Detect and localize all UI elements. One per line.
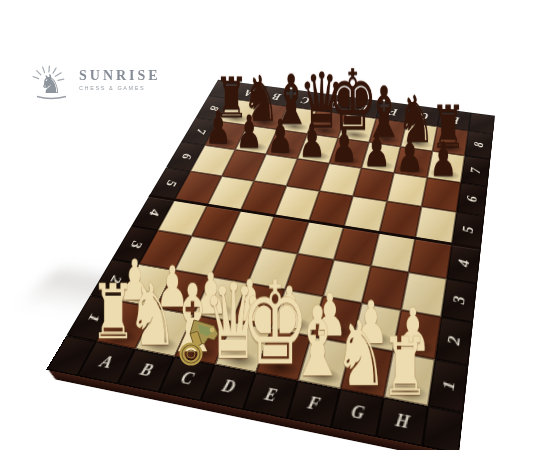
coord-label: 3 <box>451 295 467 305</box>
square-h1: ♜ <box>384 352 435 407</box>
brand-logo: ♞ SUNRISE CHESS & GAMES <box>30 60 161 100</box>
coord-label: 6 <box>178 153 193 160</box>
piece-white-knight: ♞ <box>334 309 387 399</box>
piece-black-pawn: ♟ <box>331 122 358 168</box>
brand-tagline: CHESS & GAMES <box>79 86 161 92</box>
coord-label: E <box>262 385 279 406</box>
coord-label: A <box>97 353 116 372</box>
piece-black-pawn: ♟ <box>363 127 391 174</box>
coord-label: 6 <box>465 195 479 203</box>
coord-label: 4 <box>456 259 472 268</box>
piece-black-pawn: ♟ <box>267 114 294 160</box>
coord-label: 4 <box>145 209 161 217</box>
brand-name: SUNRISE <box>79 69 161 83</box>
coord-label: H <box>394 410 411 433</box>
coord-label: 1 <box>440 379 458 391</box>
piece-black-pawn: ♟ <box>205 105 232 150</box>
piece-black-pawn: ♟ <box>236 109 263 154</box>
rank-label-right-3: 3 <box>441 279 477 323</box>
coord-label: 7 <box>469 167 483 174</box>
board-grid: ABCDEFGH8♜♞♝♛♚♝♞♜87♟♟♟♟♟♟♟♟7665544332♟♟♟… <box>46 80 495 450</box>
coord-label: 5 <box>162 180 177 187</box>
piece-black-pawn: ♟ <box>298 118 325 164</box>
rank-label-right-7: 7 <box>461 156 490 187</box>
coord-label: 2 <box>446 335 463 346</box>
piece-black-pawn: ♟ <box>396 131 424 178</box>
rank-label-right-6: 6 <box>457 183 488 216</box>
coord-label: F <box>306 393 323 414</box>
chess-board: ABCDEFGH8♜♞♝♛♚♝♞♜87♟♟♟♟♟♟♟♟7665544332♟♟♟… <box>46 80 495 450</box>
rank-label-right-8: 8 <box>465 131 493 159</box>
rank-label-right-2: 2 <box>435 317 473 365</box>
coord-label: D <box>219 376 238 397</box>
coord-label: G <box>349 402 366 424</box>
knight-glyph: ♞ <box>39 69 62 99</box>
rank-label-right-1: 1 <box>428 359 468 413</box>
rank-label-right-4: 4 <box>447 244 481 284</box>
piece-black-pawn: ♟ <box>429 136 457 183</box>
product-photo: ABCDEFGH8♜♞♝♛♚♝♞♜87♟♟♟♟♟♟♟♟7665544332♟♟♟… <box>0 0 550 450</box>
coord-label: B <box>137 360 156 380</box>
coord-label: 5 <box>461 225 476 233</box>
piece-white-rook: ♜ <box>381 327 429 408</box>
clasp-latch-icon <box>174 318 232 374</box>
sunrise-knight-logo-icon: ♞ <box>30 60 74 100</box>
coord-label: 8 <box>473 141 486 148</box>
frame-corner-near-right <box>422 406 463 450</box>
